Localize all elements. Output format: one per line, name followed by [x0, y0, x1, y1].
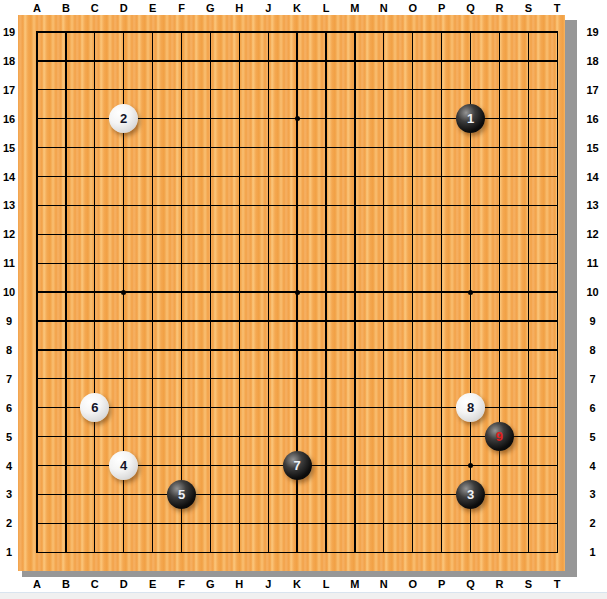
stone-black-1[interactable]: 1 [456, 104, 485, 133]
row-label-left: 13 [0, 198, 18, 212]
row-label-right: 12 [583, 227, 602, 241]
column-label-bottom: B [51, 578, 80, 591]
row-label-left: 8 [0, 343, 18, 357]
row-label-left: 1 [0, 545, 18, 559]
row-label-left: 17 [0, 83, 18, 97]
stone-black-7[interactable]: 7 [283, 451, 312, 480]
grid-line-horizontal [36, 523, 558, 524]
row-label-left: 4 [0, 459, 18, 473]
grid-line-vertical [441, 31, 442, 553]
star-point [468, 463, 473, 468]
row-label-right: 19 [583, 25, 602, 39]
row-label-left: 14 [0, 170, 18, 184]
grid-line-horizontal [36, 378, 558, 379]
stone-white-4[interactable]: 4 [109, 451, 138, 480]
column-label-top: O [398, 2, 427, 15]
column-label-bottom: H [225, 578, 254, 591]
column-label-bottom: O [398, 578, 427, 591]
row-label-left: 7 [0, 372, 18, 386]
stone-black-5[interactable]: 5 [167, 480, 196, 509]
row-label-left: 16 [0, 112, 18, 126]
row-label-right: 3 [583, 487, 602, 501]
column-label-top: K [283, 2, 312, 15]
row-label-right: 7 [583, 372, 602, 386]
row-label-left: 12 [0, 227, 18, 241]
stone-white-6[interactable]: 6 [80, 393, 109, 422]
stone-black-9[interactable]: 9 [485, 422, 514, 451]
star-point [121, 290, 126, 295]
grid-line-vertical [412, 31, 413, 553]
grid-line-horizontal [36, 349, 558, 350]
stone-white-2[interactable]: 2 [109, 104, 138, 133]
row-label-left: 9 [0, 314, 18, 328]
column-label-top: H [225, 2, 254, 15]
column-label-bottom: N [369, 578, 398, 591]
row-label-right: 13 [583, 198, 602, 212]
grid-line-vertical [325, 31, 326, 553]
row-label-right: 5 [583, 430, 602, 444]
column-label-top: A [23, 2, 52, 15]
row-label-right: 17 [583, 83, 602, 97]
column-label-top: S [514, 2, 543, 15]
column-label-bottom: K [283, 578, 312, 591]
column-label-top: G [196, 2, 225, 15]
row-label-right: 18 [583, 54, 602, 68]
row-label-right: 4 [583, 459, 602, 473]
column-label-top: P [427, 2, 456, 15]
column-label-top: M [340, 2, 369, 15]
row-label-left: 10 [0, 285, 18, 299]
row-label-left: 3 [0, 487, 18, 501]
column-label-top: B [51, 2, 80, 15]
column-label-top: T [543, 2, 572, 15]
row-label-left: 18 [0, 54, 18, 68]
row-label-right: 9 [583, 314, 602, 328]
row-label-left: 19 [0, 25, 18, 39]
stone-white-8[interactable]: 8 [456, 393, 485, 422]
grid-line-horizontal [36, 320, 558, 321]
row-label-right: 10 [583, 285, 602, 299]
column-label-top: Q [456, 2, 485, 15]
column-label-top: J [254, 2, 283, 15]
star-point [468, 290, 473, 295]
row-label-right: 16 [583, 112, 602, 126]
column-label-bottom: R [485, 578, 514, 591]
status-strip [0, 592, 607, 599]
column-label-bottom: G [196, 578, 225, 591]
star-point [295, 116, 300, 121]
column-label-bottom: S [514, 578, 543, 591]
row-label-left: 15 [0, 141, 18, 155]
column-label-bottom: D [109, 578, 138, 591]
grid-line-vertical [528, 31, 529, 553]
column-label-bottom: M [340, 578, 369, 591]
grid-line-vertical [383, 31, 384, 553]
column-label-top: E [138, 2, 167, 15]
column-label-top: N [369, 2, 398, 15]
column-label-bottom: A [23, 578, 52, 591]
row-label-right: 6 [583, 401, 602, 415]
grid-line-vertical [499, 31, 500, 553]
column-label-top: R [485, 2, 514, 15]
grid-line-horizontal [36, 552, 558, 553]
row-label-left: 2 [0, 516, 18, 530]
column-label-bottom: F [167, 578, 196, 591]
row-label-right: 8 [583, 343, 602, 357]
column-label-bottom: L [312, 578, 341, 591]
grid-line-horizontal [36, 436, 558, 437]
board-layer: AABBCCDDEEFFGGHHJJKKLLMMNNOOPPQQRRSSTT19… [0, 0, 607, 599]
row-label-right: 14 [583, 170, 602, 184]
column-label-bottom: C [80, 578, 109, 591]
column-label-bottom: P [427, 578, 456, 591]
row-label-right: 15 [583, 141, 602, 155]
column-label-top: L [312, 2, 341, 15]
row-label-right: 11 [583, 256, 602, 270]
star-point [295, 290, 300, 295]
column-label-top: D [109, 2, 138, 15]
column-label-top: F [167, 2, 196, 15]
row-label-left: 11 [0, 256, 18, 270]
go-app-window: AABBCCDDEEFFGGHHJJKKLLMMNNOOPPQQRRSSTT19… [0, 0, 607, 599]
row-label-right: 1 [583, 545, 602, 559]
grid-line-vertical [557, 31, 558, 553]
row-label-left: 6 [0, 401, 18, 415]
column-label-bottom: E [138, 578, 167, 591]
column-label-bottom: T [543, 578, 572, 591]
stone-black-3[interactable]: 3 [456, 480, 485, 509]
row-label-right: 2 [583, 516, 602, 530]
column-label-bottom: J [254, 578, 283, 591]
grid-line-vertical [354, 31, 355, 553]
column-label-top: C [80, 2, 109, 15]
column-label-bottom: Q [456, 578, 485, 591]
row-label-left: 5 [0, 430, 18, 444]
